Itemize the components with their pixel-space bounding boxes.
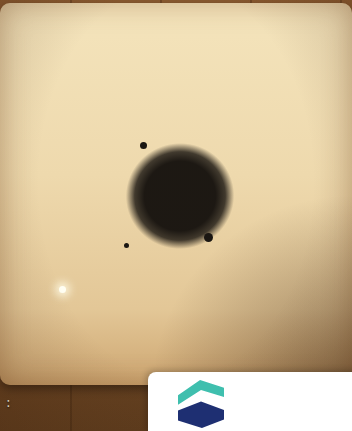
site-watermark	[148, 372, 352, 431]
move-counter-colon: :	[6, 394, 11, 410]
logo-navy-chevron	[178, 398, 224, 428]
site-logo-icon	[178, 378, 224, 428]
xiangqi-app: :	[0, 0, 352, 431]
board-grid	[0, 0, 352, 431]
last-move-marker	[59, 286, 66, 293]
move-counter: :	[6, 394, 11, 410]
